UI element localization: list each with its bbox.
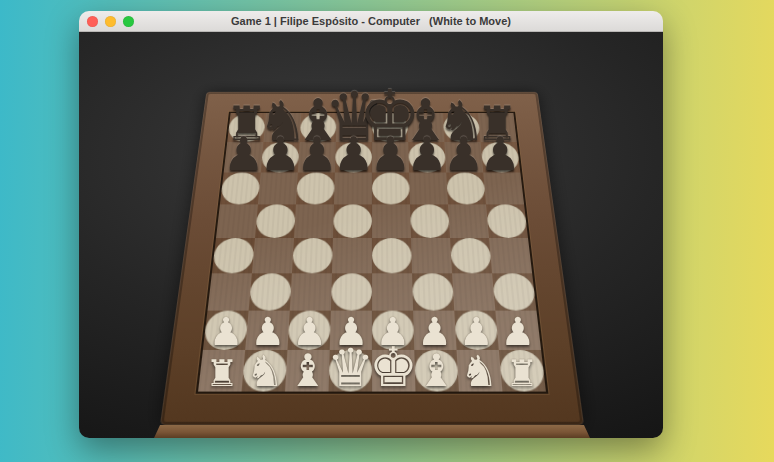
piece-black-pawn-g7[interactable]: ♟ [443,131,484,177]
window-titlebar[interactable]: Game 1 | Filipe Espósito - Computer (Whi… [79,11,663,32]
window-content: ♜♞♝♛♚♝♞♜♟♟♟♟♟♟♟♟♟♟♟♟♟♟♟♟♜♞♝♛♚♝♞♜ [79,32,663,438]
piece-white-bishop-f1[interactable]: ♝ [416,348,456,393]
piece-black-pawn-e7[interactable]: ♟ [370,131,411,177]
pieces-layer: ♜♞♝♛♚♝♞♜♟♟♟♟♟♟♟♟♟♟♟♟♟♟♟♟♜♞♝♛♚♝♞♜ [79,32,663,438]
piece-black-pawn-h7[interactable]: ♟ [480,131,521,177]
piece-black-pawn-d7[interactable]: ♟ [333,131,374,177]
piece-black-pawn-f7[interactable]: ♟ [406,131,447,177]
piece-white-rook-h1[interactable]: ♜ [505,355,538,392]
piece-white-bishop-c1[interactable]: ♝ [288,348,328,393]
piece-white-king-e1[interactable]: ♚ [369,340,418,394]
piece-white-queen-d1[interactable]: ♛ [327,341,374,393]
piece-black-pawn-c7[interactable]: ♟ [296,131,337,177]
piece-white-pawn-a2[interactable]: ♟ [209,313,244,352]
window-title: Game 1 | Filipe Espósito - Computer (Whi… [79,11,663,31]
piece-white-rook-a1[interactable]: ♜ [205,355,238,392]
chess-app-window: Game 1 | Filipe Espósito - Computer (Whi… [79,11,663,438]
piece-black-pawn-b7[interactable]: ♟ [260,131,301,177]
piece-white-pawn-h2[interactable]: ♟ [501,313,536,352]
piece-white-knight-g1[interactable]: ♞ [460,350,498,393]
piece-black-pawn-a7[interactable]: ♟ [223,131,264,177]
piece-white-knight-b1[interactable]: ♞ [246,350,284,393]
